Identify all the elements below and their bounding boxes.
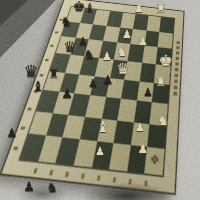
captured-piece-black-bishop: ♝ [32, 79, 45, 93]
piece-white-pawn-d6[interactable]: ♟ [102, 51, 112, 62]
border-brand-marking [173, 41, 180, 96]
piece-white-pawn-e1[interactable]: ♟ [95, 146, 105, 157]
piece-black-pawn-d5[interactable]: ♟ [103, 74, 114, 86]
captured-piece-black-pawn: ♟ [7, 127, 18, 139]
piece-white-rook-h8[interactable]: ♜ [156, 2, 167, 14]
captured-piece-black-pawn: ♟ [23, 180, 35, 193]
piece-black-pawn-g5[interactable]: ♟ [143, 87, 153, 98]
piece-black-queen-a6[interactable]: ♛ [63, 40, 76, 55]
piece-white-pawn-f8[interactable]: ♟ [134, 3, 144, 14]
piece-black-pawn-b4[interactable]: ♟ [61, 87, 73, 100]
piece-white-pawn-f7[interactable]: ♟ [138, 36, 148, 47]
piece-white-pawn-g3[interactable]: ♟ [135, 122, 145, 133]
square-h8[interactable] [160, 17, 174, 33]
piece-white-pawn-e7[interactable]: ♟ [122, 29, 132, 40]
board-logo: ❖ [149, 154, 160, 168]
photo-scene: ❖ ♛♝♟♟♞ ♚♝♞♟♛♞♜♟♟♟♟♟♜♟♟♟♞♚♛♜♞♟♝♟♟ [0, 0, 200, 200]
captured-piece-black-queen: ♛ [23, 63, 38, 80]
piece-white-pawn-g1[interactable]: ♟ [138, 143, 149, 155]
table-shadow-bottom [82, 182, 172, 200]
piece-black-pawn-b7[interactable]: ♟ [78, 36, 88, 47]
captured-piece-black-knight: ♞ [46, 181, 58, 194]
piece-white-king-h6[interactable]: ♚ [159, 53, 173, 69]
piece-white-queen-e5[interactable]: ♛ [116, 62, 129, 77]
piece-black-bishop-b8[interactable]: ♝ [85, 2, 96, 14]
piece-black-knight-a7[interactable]: ♞ [60, 15, 72, 28]
piece-black-pawn-c5[interactable]: ♟ [88, 78, 98, 89]
square-h7[interactable] [158, 32, 173, 49]
piece-black-king-a8[interactable]: ♚ [73, 0, 86, 13]
piece-white-rook-h5[interactable]: ♜ [156, 76, 167, 88]
piece-white-knight-h3[interactable]: ♞ [157, 114, 169, 127]
piece-black-rook-a5[interactable]: ♜ [49, 68, 60, 80]
piece-white-knight-e6[interactable]: ♞ [117, 46, 128, 58]
piece-black-knight-c6[interactable]: ♞ [83, 48, 95, 61]
piece-white-bishop-e2[interactable]: ♝ [96, 120, 109, 135]
